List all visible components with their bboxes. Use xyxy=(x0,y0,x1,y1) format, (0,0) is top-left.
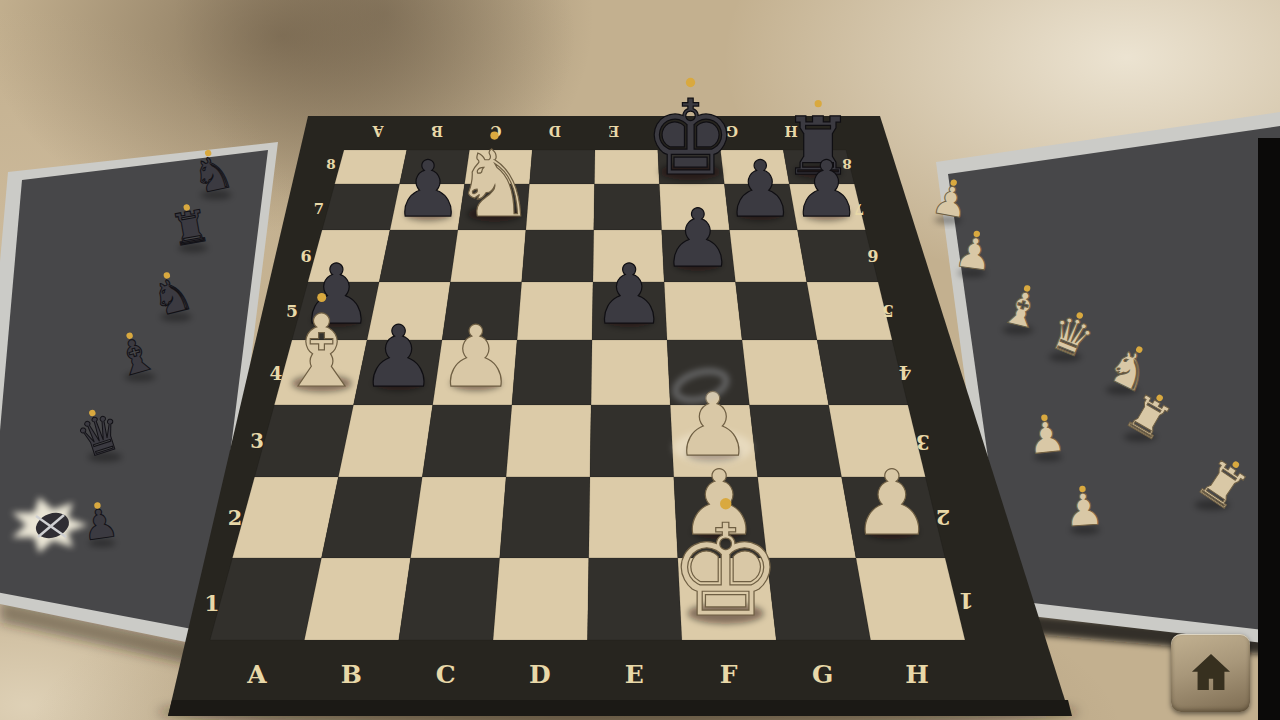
piece-black-pawn-e5[interactable]: ♟ xyxy=(592,247,666,342)
rank-label-left-3: 3 xyxy=(250,430,264,453)
square-d5[interactable] xyxy=(517,282,593,340)
app-background: { "app": { "name": "3D chess game screen… xyxy=(0,0,1280,720)
piece-white-pawn-h2[interactable]: ♟ xyxy=(852,451,932,555)
captured-white-pawn: ♟ xyxy=(1025,411,1068,464)
square-d2[interactable] xyxy=(500,477,590,558)
square-e2[interactable] xyxy=(589,477,678,558)
piece-black-pawn-b4[interactable]: ♟ xyxy=(361,307,437,406)
file-label-bottom-a: A xyxy=(246,660,267,689)
square-g6[interactable] xyxy=(730,230,807,282)
scene: ♞♜♞♝♛♟♟♟♝♛♞♟♜♟♜AABBCCDDEEFFGGHH112233445… xyxy=(0,0,1280,720)
square-d7[interactable] xyxy=(526,184,595,230)
square-c2[interactable] xyxy=(411,477,507,558)
rank-label-left-8: 8 xyxy=(326,156,335,172)
board-scene: ♞♜♞♝♛♟♟♟♝♛♞♟♜♟♜AABBCCDDEEFFGGHH112233445… xyxy=(0,0,1280,720)
square-c3[interactable] xyxy=(422,405,512,477)
file-label-top-b: B xyxy=(431,123,443,139)
square-a7[interactable] xyxy=(322,184,400,230)
square-g5[interactable] xyxy=(736,282,818,340)
svg-text:♟: ♟ xyxy=(852,451,932,555)
rank-label-left-1: 1 xyxy=(204,590,219,616)
square-d3[interactable] xyxy=(506,405,591,477)
file-label-bottom-f: F xyxy=(720,660,738,689)
square-b1[interactable] xyxy=(304,558,410,640)
svg-text:♟: ♟ xyxy=(662,192,734,285)
file-label-bottom-e: E xyxy=(625,660,644,689)
captured-white-pawn: ♟ xyxy=(1062,483,1105,537)
rank-label-right-2: 2 xyxy=(936,505,950,530)
piece-white-bishop-a4[interactable]: ♝ xyxy=(277,293,367,410)
square-e3[interactable] xyxy=(590,405,674,477)
home-icon xyxy=(1185,647,1237,699)
rank-label-right-4: 4 xyxy=(898,362,911,383)
square-d8[interactable] xyxy=(530,150,596,184)
svg-text:♟: ♟ xyxy=(361,307,437,406)
square-b3[interactable] xyxy=(338,405,432,477)
file-label-top-a: A xyxy=(371,123,384,139)
svg-text:♟: ♟ xyxy=(792,144,862,234)
captured-white-pawn: ♟ xyxy=(952,227,996,281)
rank-label-right-6: 6 xyxy=(867,246,878,265)
square-e4[interactable] xyxy=(591,340,670,405)
screen-edge-strip xyxy=(1258,138,1280,720)
file-label-top-d: D xyxy=(549,123,561,139)
svg-text:♚: ♚ xyxy=(669,497,783,645)
file-label-bottom-g: G xyxy=(812,660,833,689)
piece-black-pawn-b7[interactable]: ♟ xyxy=(393,144,463,234)
square-h4[interactable] xyxy=(817,340,908,405)
svg-text:♚: ♚ xyxy=(644,78,737,198)
piece-white-pawn-c4[interactable]: ♟ xyxy=(438,307,514,406)
square-g4[interactable] xyxy=(742,340,829,405)
piece-white-king-f1[interactable]: ♚ xyxy=(669,497,783,645)
square-b2[interactable] xyxy=(322,477,423,558)
rank-label-right-5: 5 xyxy=(882,301,894,321)
piece-black-pawn-f6[interactable]: ♟ xyxy=(662,192,734,285)
home-button[interactable] xyxy=(1171,634,1250,712)
svg-text:♟: ♟ xyxy=(725,144,795,234)
piece-black-pawn-h7[interactable]: ♟ xyxy=(792,144,862,234)
square-h5[interactable] xyxy=(807,282,892,340)
svg-text:♞: ♞ xyxy=(453,131,535,238)
square-d1[interactable] xyxy=(493,558,589,640)
file-label-bottom-c: C xyxy=(436,660,456,689)
svg-text:♟: ♟ xyxy=(393,144,463,234)
file-label-top-e: E xyxy=(609,123,620,139)
square-f5[interactable] xyxy=(664,282,742,340)
rank-label-right-3: 3 xyxy=(916,430,930,453)
svg-text:♟: ♟ xyxy=(592,247,666,342)
file-label-bottom-b: B xyxy=(341,660,362,689)
square-g3[interactable] xyxy=(750,405,842,477)
square-b6[interactable] xyxy=(379,230,458,282)
square-e1[interactable] xyxy=(588,558,682,640)
square-c1[interactable] xyxy=(399,558,500,640)
svg-text:♟: ♟ xyxy=(438,307,514,406)
rank-label-left-7: 7 xyxy=(314,200,324,217)
file-label-bottom-h: H xyxy=(905,660,929,689)
svg-text:♝: ♝ xyxy=(277,293,367,410)
piece-white-knight-c7[interactable]: ♞ xyxy=(453,131,535,238)
square-d4[interactable] xyxy=(512,340,592,405)
piece-black-pawn-g7[interactable]: ♟ xyxy=(725,144,795,234)
piece-black-king-f8[interactable]: ♚ xyxy=(644,78,737,198)
rank-label-left-2: 2 xyxy=(228,505,242,530)
square-h6[interactable] xyxy=(798,230,879,282)
rank-label-right-1: 1 xyxy=(958,588,973,614)
file-label-bottom-d: D xyxy=(529,660,551,689)
